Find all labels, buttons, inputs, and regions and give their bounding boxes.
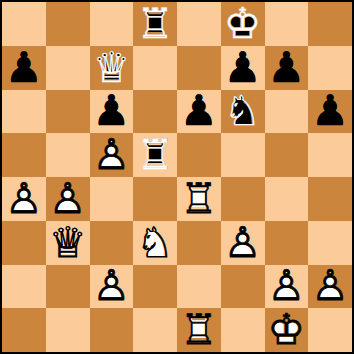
square-e1[interactable]: ♜♖ bbox=[177, 308, 221, 352]
piece-glyph-detail: ♖ bbox=[177, 177, 221, 221]
square-e4[interactable]: ♜♖ bbox=[177, 177, 221, 221]
piece-glyph-detail: ♘ bbox=[133, 221, 177, 265]
piece-glyph-detail: ♙ bbox=[46, 177, 90, 221]
piece-glyph-detail: ♔ bbox=[265, 308, 309, 352]
square-b8[interactable] bbox=[46, 2, 90, 46]
white-king[interactable]: ♚♔ bbox=[265, 308, 309, 352]
square-b2[interactable] bbox=[46, 265, 90, 309]
white-rook[interactable]: ♜♖ bbox=[177, 177, 221, 221]
square-f2[interactable] bbox=[221, 265, 265, 309]
square-g4[interactable] bbox=[265, 177, 309, 221]
square-g6[interactable] bbox=[265, 90, 309, 134]
piece-glyph-detail: ♙ bbox=[265, 265, 309, 309]
piece-glyph-detail: ♕ bbox=[46, 221, 90, 265]
square-c2[interactable]: ♟♙ bbox=[90, 265, 134, 309]
white-pawn[interactable]: ♟♙ bbox=[90, 133, 134, 177]
piece-glyph-detail: ♔ bbox=[221, 2, 265, 46]
square-h7[interactable] bbox=[308, 46, 352, 90]
piece-glyph-detail: ♙ bbox=[221, 46, 265, 90]
square-g2[interactable]: ♟♙ bbox=[265, 265, 309, 309]
piece-glyph-detail: ♙ bbox=[177, 90, 221, 134]
white-pawn[interactable]: ♟♙ bbox=[265, 265, 309, 309]
square-a7[interactable]: ♟♙ bbox=[2, 46, 46, 90]
square-b6[interactable] bbox=[46, 90, 90, 134]
square-e8[interactable] bbox=[177, 2, 221, 46]
square-e7[interactable] bbox=[177, 46, 221, 90]
square-c3[interactable] bbox=[90, 221, 134, 265]
square-f1[interactable] bbox=[221, 308, 265, 352]
black-king[interactable]: ♚♔ bbox=[221, 2, 265, 46]
white-queen[interactable]: ♛♕ bbox=[46, 221, 90, 265]
square-a3[interactable] bbox=[2, 221, 46, 265]
square-h8[interactable] bbox=[308, 2, 352, 46]
square-a5[interactable] bbox=[2, 133, 46, 177]
black-rook[interactable]: ♜♖ bbox=[133, 2, 177, 46]
square-d8[interactable]: ♜♖ bbox=[133, 2, 177, 46]
black-pawn[interactable]: ♟♙ bbox=[2, 46, 46, 90]
square-f3[interactable]: ♟♙ bbox=[221, 221, 265, 265]
square-g3[interactable] bbox=[265, 221, 309, 265]
square-g7[interactable]: ♟♙ bbox=[265, 46, 309, 90]
piece-glyph-detail: ♙ bbox=[308, 90, 352, 134]
piece-glyph-detail: ♙ bbox=[90, 90, 134, 134]
piece-glyph-detail: ♕ bbox=[90, 46, 134, 90]
square-c6[interactable]: ♟♙ bbox=[90, 90, 134, 134]
square-a6[interactable] bbox=[2, 90, 46, 134]
square-h6[interactable]: ♟♙ bbox=[308, 90, 352, 134]
white-pawn[interactable]: ♟♙ bbox=[221, 221, 265, 265]
square-b4[interactable]: ♟♙ bbox=[46, 177, 90, 221]
piece-glyph-detail: ♙ bbox=[90, 133, 134, 177]
square-a4[interactable]: ♟♙ bbox=[2, 177, 46, 221]
square-d6[interactable] bbox=[133, 90, 177, 134]
piece-glyph-detail: ♖ bbox=[177, 308, 221, 352]
square-h5[interactable] bbox=[308, 133, 352, 177]
black-queen[interactable]: ♛♕ bbox=[90, 46, 134, 90]
square-d3[interactable]: ♞♘ bbox=[133, 221, 177, 265]
piece-glyph-detail: ♙ bbox=[308, 265, 352, 309]
white-knight[interactable]: ♞♘ bbox=[133, 221, 177, 265]
square-f5[interactable] bbox=[221, 133, 265, 177]
square-g5[interactable] bbox=[265, 133, 309, 177]
square-e5[interactable] bbox=[177, 133, 221, 177]
black-pawn[interactable]: ♟♙ bbox=[265, 46, 309, 90]
chess-board: ♜♖♚♔♟♙♛♕♟♙♟♙♟♙♟♙♞♘♟♙♟♙♜♖♟♙♟♙♜♖♛♕♞♘♟♙♟♙♟♙… bbox=[2, 2, 352, 352]
piece-glyph-detail: ♖ bbox=[133, 133, 177, 177]
square-d2[interactable] bbox=[133, 265, 177, 309]
square-c8[interactable] bbox=[90, 2, 134, 46]
white-pawn[interactable]: ♟♙ bbox=[90, 265, 134, 309]
white-rook[interactable]: ♜♖ bbox=[177, 308, 221, 352]
square-d7[interactable] bbox=[133, 46, 177, 90]
square-d4[interactable] bbox=[133, 177, 177, 221]
black-pawn[interactable]: ♟♙ bbox=[221, 46, 265, 90]
square-g1[interactable]: ♚♔ bbox=[265, 308, 309, 352]
piece-glyph-detail: ♙ bbox=[2, 177, 46, 221]
square-b3[interactable]: ♛♕ bbox=[46, 221, 90, 265]
black-pawn[interactable]: ♟♙ bbox=[90, 90, 134, 134]
piece-glyph-detail: ♙ bbox=[221, 221, 265, 265]
square-b1[interactable] bbox=[46, 308, 90, 352]
square-h3[interactable] bbox=[308, 221, 352, 265]
square-b7[interactable] bbox=[46, 46, 90, 90]
square-e3[interactable] bbox=[177, 221, 221, 265]
black-pawn[interactable]: ♟♙ bbox=[308, 90, 352, 134]
black-rook[interactable]: ♜♖ bbox=[133, 133, 177, 177]
square-f4[interactable] bbox=[221, 177, 265, 221]
square-d1[interactable] bbox=[133, 308, 177, 352]
square-b5[interactable] bbox=[46, 133, 90, 177]
square-c4[interactable] bbox=[90, 177, 134, 221]
square-a1[interactable] bbox=[2, 308, 46, 352]
square-h4[interactable] bbox=[308, 177, 352, 221]
square-e6[interactable]: ♟♙ bbox=[177, 90, 221, 134]
square-c1[interactable] bbox=[90, 308, 134, 352]
white-pawn[interactable]: ♟♙ bbox=[308, 265, 352, 309]
chess-board-frame: ♜♖♚♔♟♙♛♕♟♙♟♙♟♙♟♙♞♘♟♙♟♙♜♖♟♙♟♙♜♖♛♕♞♘♟♙♟♙♟♙… bbox=[0, 0, 354, 354]
square-d5[interactable]: ♜♖ bbox=[133, 133, 177, 177]
piece-glyph-detail: ♙ bbox=[2, 46, 46, 90]
piece-glyph-detail: ♙ bbox=[265, 46, 309, 90]
white-pawn[interactable]: ♟♙ bbox=[2, 177, 46, 221]
square-c7[interactable]: ♛♕ bbox=[90, 46, 134, 90]
square-c5[interactable]: ♟♙ bbox=[90, 133, 134, 177]
square-h2[interactable]: ♟♙ bbox=[308, 265, 352, 309]
square-a2[interactable] bbox=[2, 265, 46, 309]
piece-glyph-detail: ♘ bbox=[221, 90, 265, 134]
square-g8[interactable] bbox=[265, 2, 309, 46]
piece-glyph-detail: ♙ bbox=[90, 265, 134, 309]
square-a8[interactable] bbox=[2, 2, 46, 46]
black-pawn[interactable]: ♟♙ bbox=[177, 90, 221, 134]
piece-glyph-detail: ♖ bbox=[133, 2, 177, 46]
square-e2[interactable] bbox=[177, 265, 221, 309]
black-knight[interactable]: ♞♘ bbox=[221, 90, 265, 134]
square-h1[interactable] bbox=[308, 308, 352, 352]
square-f8[interactable]: ♚♔ bbox=[221, 2, 265, 46]
square-f6[interactable]: ♞♘ bbox=[221, 90, 265, 134]
square-f7[interactable]: ♟♙ bbox=[221, 46, 265, 90]
white-pawn[interactable]: ♟♙ bbox=[46, 177, 90, 221]
